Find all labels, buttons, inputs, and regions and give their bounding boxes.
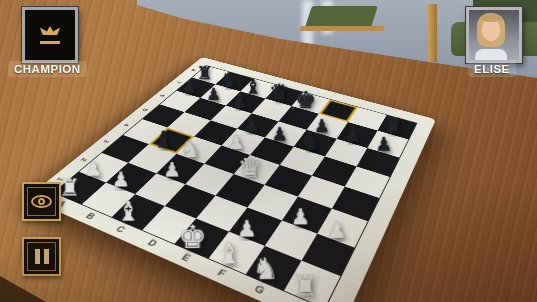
white-pawn-h3[interactable]: ♟ xyxy=(317,209,367,248)
eye-icon xyxy=(31,195,52,208)
black-queen-d8[interactable]: ♛ xyxy=(265,85,303,106)
white-rook-h1[interactable]: ♜ xyxy=(284,260,341,302)
crown-icon xyxy=(37,26,63,44)
avatar-shirt xyxy=(475,49,507,60)
elise-name-label: ELISE xyxy=(468,61,516,77)
pause-icon xyxy=(35,249,49,264)
black-pawn-e6[interactable]: ♟ xyxy=(265,121,307,146)
champion-avatar xyxy=(22,7,78,63)
white-pawn-b2[interactable]: ♟ xyxy=(106,163,156,194)
champion-name-label: CHAMPION xyxy=(8,61,87,77)
black-pawn-g7[interactable]: ♟ xyxy=(336,122,377,148)
white-pawn-f2[interactable]: ♟ xyxy=(229,207,281,245)
hint-eye-button[interactable] xyxy=(22,182,61,221)
black-bishop-b4[interactable]: ♝ xyxy=(149,128,194,154)
table-corner-shadow xyxy=(0,276,46,302)
chess-app-screen: ♜♞♝♛♚♜♟♟♟♟♟♟♟♟♞♟♝♞♛♟♟♟♟♟♟♜♝♚♝♞♜ ABCDEFGH… xyxy=(0,0,537,302)
board-pieces[interactable]: ♜♞♝♛♚♜♟♟♟♟♟♟♟♟♞♟♝♞♛♟♟♟♟♟♟♜♝♚♝♞♜ xyxy=(54,66,416,302)
chessboard-3d[interactable]: ♜♞♝♛♚♜♟♟♟♟♟♟♟♟♞♟♝♞♛♟♟♟♟♟♟♜♝♚♝♞♜ ABCDEFGH… xyxy=(100,5,400,302)
black-rook-h8[interactable]: ♜ xyxy=(377,115,416,140)
pause-button[interactable] xyxy=(22,237,61,276)
black-pawn-b7[interactable]: ♟ xyxy=(201,84,240,105)
black-knight-f6[interactable]: ♞ xyxy=(294,130,336,157)
chair-leg xyxy=(428,4,437,62)
elise-avatar xyxy=(466,7,522,63)
black-pawn-h7[interactable]: ♟ xyxy=(367,131,408,158)
black-pawn-c7[interactable]: ♟ xyxy=(226,91,265,113)
black-knight-b8[interactable]: ♞ xyxy=(216,72,254,91)
white-pawn-c3[interactable]: ♟ xyxy=(156,154,204,184)
white-pawn-d5[interactable]: ♟ xyxy=(221,129,265,155)
white-knight-g1[interactable]: ♞ xyxy=(245,245,301,290)
black-pawn-d6[interactable]: ♟ xyxy=(237,113,279,137)
black-bishop-c8[interactable]: ♝ xyxy=(240,79,278,99)
rank-label-8: 8 xyxy=(179,64,208,76)
avatar-fringe xyxy=(480,14,502,22)
board-surface: ♜♞♝♛♚♜♟♟♟♟♟♟♟♟♞♟♝♞♛♟♟♟♟♟♟♜♝♚♝♞♜ ABCDEFGH… xyxy=(27,57,436,302)
black-king-e8[interactable]: ♚ xyxy=(291,92,329,114)
white-pawn-g3[interactable]: ♟ xyxy=(282,197,332,234)
white-knight-c4[interactable]: ♞ xyxy=(176,136,221,163)
white-queen-e4[interactable]: ♛ xyxy=(234,155,280,185)
black-pawn-f7[interactable]: ♟ xyxy=(307,114,347,138)
